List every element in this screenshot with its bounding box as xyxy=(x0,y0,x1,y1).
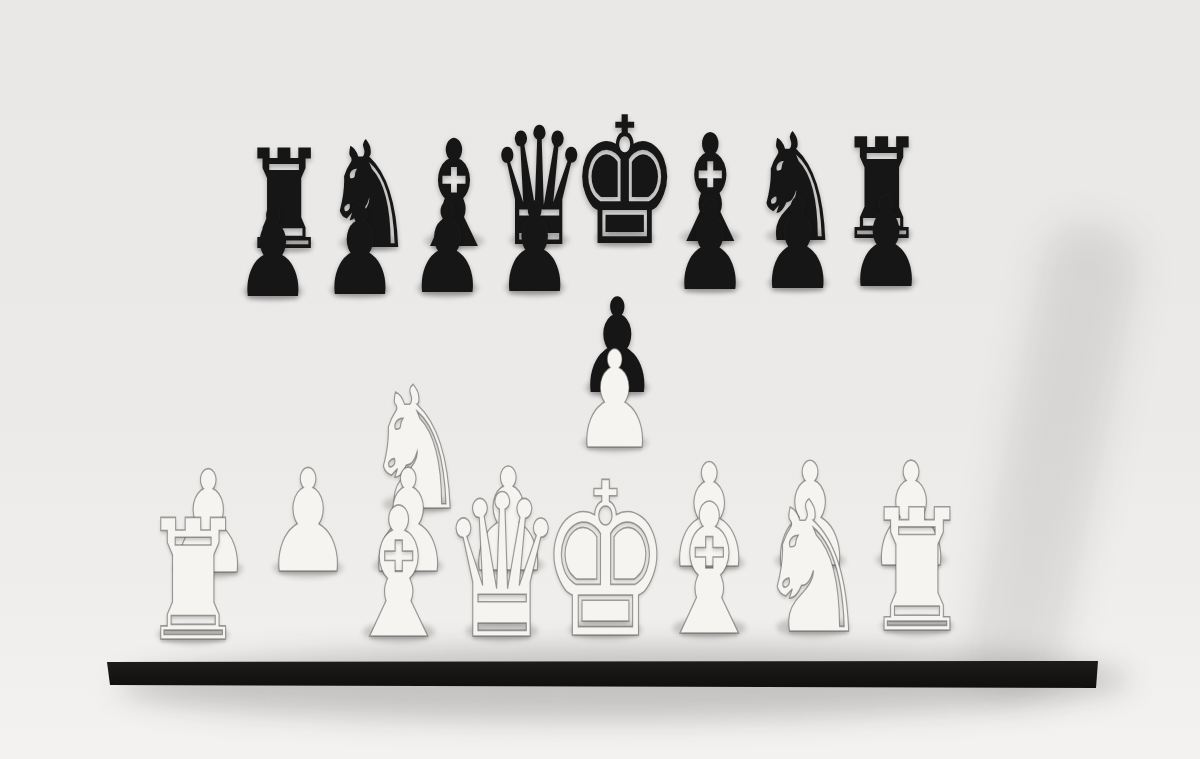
square-g5[interactable] xyxy=(755,340,849,394)
piece-black-pawn-d7[interactable]: ♟ xyxy=(496,186,573,310)
piece-white-king-e1[interactable]: ♚ xyxy=(540,455,672,668)
dgt-centaur-photo: DGT CENTAUR ♜♞♝♛♚♝♞♜♟♟♟♟♟♟♟♟♙♘♙♙♙♙♙♙♙♖♗♕… xyxy=(0,0,1200,759)
square-f5[interactable] xyxy=(663,342,756,396)
piece-black-pawn-b7[interactable]: ♟ xyxy=(322,189,399,313)
board-side-shadow xyxy=(959,215,1145,704)
square-h5[interactable] xyxy=(846,339,943,393)
piece-white-rook-a1[interactable]: ♜ xyxy=(141,498,244,665)
piece-black-pawn-a7[interactable]: ♟ xyxy=(235,191,311,315)
piece-black-pawn-f7[interactable]: ♟ xyxy=(671,183,748,308)
piece-black-pawn-g7[interactable]: ♟ xyxy=(759,182,836,307)
square-a5[interactable] xyxy=(202,348,305,402)
piece-black-pawn-h7[interactable]: ♟ xyxy=(847,180,924,305)
piece-white-bishop-c1[interactable]: ♝ xyxy=(343,485,454,664)
piece-white-pawn-b2[interactable]: ♟ xyxy=(264,452,352,594)
piece-white-knight-g1[interactable]: ♞ xyxy=(757,479,869,660)
dgt-logo: DGT CENTAUR xyxy=(937,197,1017,220)
lcd-piece-black: ♟ xyxy=(991,466,1001,472)
square-d5[interactable] xyxy=(478,344,574,398)
lcd-piece-black: ♜ xyxy=(990,461,1000,467)
piece-black-king-e8[interactable]: ♚ xyxy=(570,95,679,271)
piece-white-bishop-f1[interactable]: ♝ xyxy=(653,481,765,662)
dgt-brand-text: DGT xyxy=(938,197,1017,211)
piece-white-rook-h1[interactable]: ♜ xyxy=(865,488,970,657)
piece-black-pawn-c7[interactable]: ♟ xyxy=(409,188,486,312)
centaur-model-text: CENTAUR xyxy=(946,213,1007,220)
